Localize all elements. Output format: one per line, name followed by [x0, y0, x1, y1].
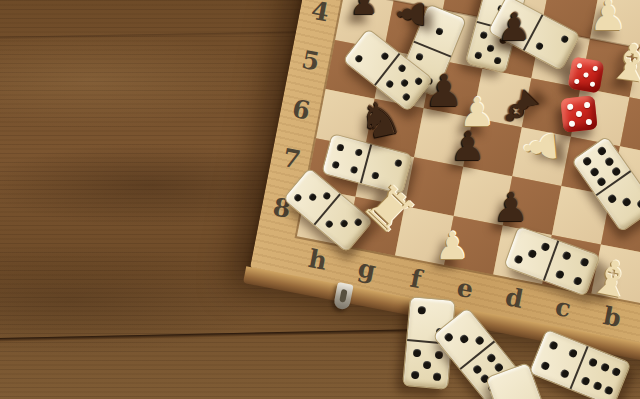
domino-pip — [589, 166, 600, 177]
domino-pip — [554, 269, 564, 279]
domino-pip — [592, 66, 598, 72]
file-label-f: f — [408, 264, 424, 295]
domino-pip — [592, 380, 602, 390]
domino-pip — [435, 351, 444, 360]
rank-label-5: 5 — [299, 45, 322, 77]
domino-pip — [621, 196, 632, 207]
domino-pip — [561, 251, 571, 261]
domino-pip — [471, 364, 482, 375]
domino-pip — [567, 348, 577, 358]
domino-pip — [573, 276, 583, 286]
domino-pip — [540, 360, 550, 370]
chess-light-bishop: ♝ — [584, 250, 640, 307]
file-label-h: h — [306, 244, 329, 276]
domino-pip — [417, 306, 426, 315]
file-label-d: d — [503, 282, 526, 314]
domino-pip — [371, 171, 380, 180]
chess-dark-pawn: ♟ — [491, 187, 531, 227]
domino-pip — [577, 63, 583, 69]
domino-pip — [459, 333, 470, 344]
domino-pip — [324, 219, 334, 229]
domino-pip — [596, 146, 607, 157]
domino-pip — [415, 52, 424, 61]
chess-light-pawn: ♟ — [518, 124, 564, 170]
domino-pip — [576, 111, 583, 118]
domino-pip — [413, 349, 422, 358]
file-label-g: g — [356, 253, 379, 285]
domino-pip — [479, 31, 488, 40]
domino-pip — [350, 166, 359, 175]
domino-pip — [535, 42, 544, 51]
domino-pip — [580, 258, 590, 268]
domino-pip — [636, 199, 640, 210]
domino-pip — [513, 255, 523, 265]
domino-pip — [583, 101, 590, 108]
domino-pip — [293, 193, 303, 203]
chess-light-bishop: ♝ — [603, 35, 640, 91]
domino-pip — [583, 72, 589, 78]
file-label-c: c — [553, 292, 573, 323]
domino-pip — [582, 156, 593, 167]
domino-pip — [380, 51, 390, 61]
chess-light-pawn: ♟ — [587, 0, 629, 37]
domino-pip — [527, 249, 537, 259]
domino-pip — [568, 120, 575, 127]
domino-pip — [354, 54, 364, 64]
chess-dark-pawn: ♟ — [393, 0, 429, 32]
domino-pip — [588, 358, 598, 368]
chess-dark-knight: ♞ — [352, 91, 409, 148]
chess-dark-pawn: ♟ — [495, 8, 533, 46]
red-die-5 — [560, 95, 597, 132]
domino-pip — [397, 64, 407, 74]
domino-pip — [493, 56, 502, 65]
domino-pip — [354, 148, 363, 157]
rank-label-6: 6 — [290, 94, 313, 126]
domino-pip — [339, 218, 349, 228]
domino-pip — [580, 375, 590, 385]
domino-pip — [423, 361, 432, 370]
domino-pip — [590, 81, 596, 87]
domino-pip — [435, 26, 444, 35]
file-label-e: e — [454, 273, 475, 305]
domino-pip — [566, 103, 573, 110]
domino-pip — [433, 372, 442, 381]
domino-pip — [399, 78, 409, 88]
domino-pip — [411, 371, 420, 380]
chess-light-pawn: ♟ — [433, 227, 471, 265]
domino-pip — [394, 159, 403, 168]
domino-pip — [610, 166, 621, 177]
domino-pip — [486, 352, 497, 363]
domino-pip — [331, 161, 340, 170]
domino-pip — [560, 34, 569, 43]
domino-pip — [596, 176, 607, 187]
domino-pip — [474, 335, 485, 346]
domino-pip — [599, 362, 609, 372]
domino-pip — [606, 193, 617, 204]
domino-pip — [611, 367, 621, 377]
domino-pip — [322, 191, 332, 201]
domino-pip — [401, 92, 411, 102]
rank-label-4: 4 — [309, 0, 332, 28]
domino-pip — [560, 368, 570, 378]
domino-pip — [548, 341, 558, 351]
domino-pip — [336, 143, 345, 152]
photo-scene: 12345678 hgfedcba ♟♟♟♟♞♝♟♟♟♝♟♟♜♟♝ — [0, 0, 640, 399]
rank-label-7: 7 — [280, 143, 303, 175]
domino-pip — [603, 156, 614, 167]
domino-pip — [540, 242, 550, 252]
domino-pip — [585, 118, 592, 125]
domino-pip — [486, 44, 495, 53]
red-die-5 — [567, 56, 604, 93]
domino-pip — [474, 51, 483, 60]
chess-dark-pawn: ♟ — [348, 0, 380, 19]
chess-light-pawn: ♟ — [457, 92, 497, 132]
domino-pip — [574, 79, 580, 85]
domino-pip — [307, 192, 317, 202]
domino-pip — [443, 332, 454, 343]
domino-pip — [604, 385, 614, 395]
